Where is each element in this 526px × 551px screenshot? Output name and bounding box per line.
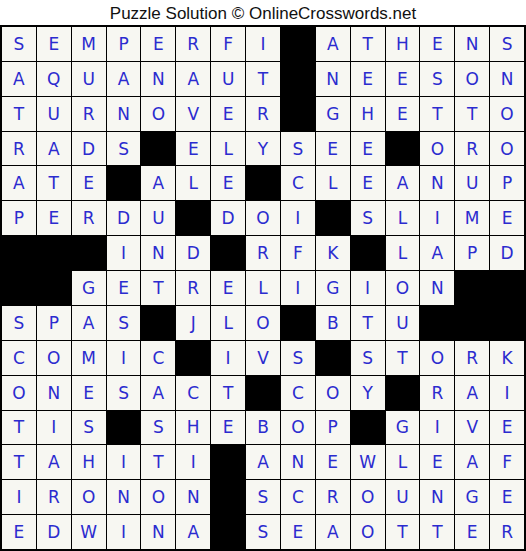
cell-r12c12: G (386, 411, 420, 445)
cell-r6c3: R (72, 201, 106, 235)
cell-r11c8-block (246, 376, 280, 410)
cell-r5c1: A (2, 166, 36, 200)
cell-r15c12: T (386, 515, 420, 549)
cell-r10c12: T (386, 341, 420, 375)
cell-r10c1: C (2, 341, 36, 375)
cell-r4c5-block (141, 132, 175, 166)
cell-r5c8-block (246, 166, 280, 200)
cell-r9c11: T (351, 306, 385, 340)
cell-r2c6: A (176, 62, 210, 96)
cell-r10c15: K (490, 341, 524, 375)
cell-r9c1: S (2, 306, 36, 340)
cell-r9c4: S (107, 306, 141, 340)
cell-r10c10-block (316, 341, 350, 375)
cell-r11c10: O (316, 376, 350, 410)
cell-r9c2: P (37, 306, 71, 340)
cell-r8c14-block (455, 271, 489, 305)
cell-r13c6: I (176, 445, 210, 479)
cell-r1c5: E (141, 27, 175, 61)
cell-r1c2: E (37, 27, 71, 61)
cell-r13c7-block (211, 445, 245, 479)
cell-r11c6: C (176, 376, 210, 410)
cell-r7c8: R (246, 236, 280, 270)
cell-r5c4-block (107, 166, 141, 200)
cell-r7c4: I (107, 236, 141, 270)
cell-r13c15: F (490, 445, 524, 479)
cell-r4c3: D (72, 132, 106, 166)
cell-r4c11: E (351, 132, 385, 166)
cell-r5c13: N (420, 166, 454, 200)
cell-r11c7: T (211, 376, 245, 410)
cell-r11c1: O (2, 376, 36, 410)
cell-r7c9: F (281, 236, 315, 270)
cell-r11c2: N (37, 376, 71, 410)
cell-r8c7: E (211, 271, 245, 305)
cell-r1c12: H (386, 27, 420, 61)
cell-r12c3: S (72, 411, 106, 445)
cell-r1c3: M (72, 27, 106, 61)
cell-r15c7-block (211, 515, 245, 549)
cell-r7c1-block (2, 236, 36, 270)
cell-r1c4: P (107, 27, 141, 61)
cell-r7c15: D (490, 236, 524, 270)
cell-r2c5: N (141, 62, 175, 96)
cell-r6c1: P (2, 201, 36, 235)
cell-r3c5: O (141, 97, 175, 131)
cell-r4c4: S (107, 132, 141, 166)
cell-r8c2-block (37, 271, 71, 305)
cell-r15c15: R (490, 515, 524, 549)
cell-r2c15: N (490, 62, 524, 96)
cell-r1c13: E (420, 27, 454, 61)
cell-r9c14-block (455, 306, 489, 340)
cell-r11c15: I (490, 376, 524, 410)
cell-r10c9: S (281, 341, 315, 375)
cell-r10c4: I (107, 341, 141, 375)
crossword-solution-page: Puzzle Solution © OnlineCrosswords.net S… (0, 0, 526, 551)
cell-r14c9: C (281, 480, 315, 514)
cell-r3c2: U (37, 97, 71, 131)
cell-r3c11: H (351, 97, 385, 131)
cell-r2c11: E (351, 62, 385, 96)
cell-r7c14: P (455, 236, 489, 270)
cell-r3c3: R (72, 97, 106, 131)
cell-r8c9: I (281, 271, 315, 305)
cell-r1c11: T (351, 27, 385, 61)
cell-r14c8: S (246, 480, 280, 514)
cell-r1c8: I (246, 27, 280, 61)
cell-r15c3: W (72, 515, 106, 549)
cell-r5c14: U (455, 166, 489, 200)
cell-r6c11: S (351, 201, 385, 235)
cell-r1c7: F (211, 27, 245, 61)
cell-r13c9: N (281, 445, 315, 479)
cell-r3c9-block (281, 97, 315, 131)
cell-r10c5: C (141, 341, 175, 375)
cell-r14c12: U (386, 480, 420, 514)
cell-r9c10: B (316, 306, 350, 340)
cell-r12c1: T (2, 411, 36, 445)
cell-r2c13: S (420, 62, 454, 96)
cell-r9c8: O (246, 306, 280, 340)
cell-r12c10: P (316, 411, 350, 445)
cell-r15c11: O (351, 515, 385, 549)
cell-r10c11: S (351, 341, 385, 375)
cell-r4c13: O (420, 132, 454, 166)
cell-r9c7: L (211, 306, 245, 340)
cell-r2c10: N (316, 62, 350, 96)
cell-r8c4: E (107, 271, 141, 305)
cell-r15c13: T (420, 515, 454, 549)
cell-r10c3: M (72, 341, 106, 375)
cell-r14c13: N (420, 480, 454, 514)
cell-r14c7-block (211, 480, 245, 514)
cell-r2c9-block (281, 62, 315, 96)
cell-r1c10: A (316, 27, 350, 61)
header: Puzzle Solution © OnlineCrosswords.net (0, 0, 526, 25)
cell-r14c3: O (72, 480, 106, 514)
cell-r12c2: I (37, 411, 71, 445)
cell-r12c6: H (176, 411, 210, 445)
cell-r2c12: E (386, 62, 420, 96)
cell-r15c9: E (281, 515, 315, 549)
cell-r14c10: R (316, 480, 350, 514)
cell-r8c11: I (351, 271, 385, 305)
cell-r4c7: L (211, 132, 245, 166)
cell-r7c3-block (72, 236, 106, 270)
cell-r8c6: R (176, 271, 210, 305)
cell-r3c6: V (176, 97, 210, 131)
cell-r5c15: P (490, 166, 524, 200)
cell-r15c10: A (316, 515, 350, 549)
cell-r11c4: S (107, 376, 141, 410)
cell-r8c3: G (72, 271, 106, 305)
cell-r1c6: R (176, 27, 210, 61)
cell-r7c11-block (351, 236, 385, 270)
cell-r5c11: E (351, 166, 385, 200)
cell-r5c2: T (37, 166, 71, 200)
cell-r6c13: I (420, 201, 454, 235)
cell-r6c6-block (176, 201, 210, 235)
cell-r2c14: O (455, 62, 489, 96)
cell-r9c9-block (281, 306, 315, 340)
cell-r11c14: A (455, 376, 489, 410)
cell-r6c12: L (386, 201, 420, 235)
cell-r7c2-block (37, 236, 71, 270)
cell-r3c15: O (490, 97, 524, 131)
cell-r10c2: O (37, 341, 71, 375)
cell-r13c5: T (141, 445, 175, 479)
cell-r4c12-block (386, 132, 420, 166)
cell-r15c6: A (176, 515, 210, 549)
cell-r6c8: O (246, 201, 280, 235)
cell-r4c14: R (455, 132, 489, 166)
cell-r6c10-block (316, 201, 350, 235)
cell-r14c15: E (490, 480, 524, 514)
cell-r5c5: A (141, 166, 175, 200)
cell-r13c11: W (351, 445, 385, 479)
cell-r2c7: U (211, 62, 245, 96)
cell-r3c8: R (246, 97, 280, 131)
cell-r11c12-block (386, 376, 420, 410)
cell-r14c1: I (2, 480, 36, 514)
cell-r6c14: M (455, 201, 489, 235)
cell-r8c8: L (246, 271, 280, 305)
cell-r15c5: N (141, 515, 175, 549)
cell-r10c14: R (455, 341, 489, 375)
page-title: Puzzle Solution © OnlineCrosswords.net (110, 4, 416, 24)
cell-r6c4: D (107, 201, 141, 235)
cell-r8c12: O (386, 271, 420, 305)
cell-r4c6: E (176, 132, 210, 166)
cell-r13c13: E (420, 445, 454, 479)
cell-r13c8: A (246, 445, 280, 479)
cell-r9c5-block (141, 306, 175, 340)
cell-r1c9-block (281, 27, 315, 61)
cell-r8c1-block (2, 271, 36, 305)
cell-r11c3: E (72, 376, 106, 410)
cell-r14c4: N (107, 480, 141, 514)
cell-r4c2: A (37, 132, 71, 166)
cell-r9c13-block (420, 306, 454, 340)
cell-r7c10: K (316, 236, 350, 270)
crossword-grid: SEMPERFIATHENSAQUANAUTNEESONTURNOVERGHET… (0, 25, 526, 551)
cell-r12c9: O (281, 411, 315, 445)
cell-r6c5: U (141, 201, 175, 235)
cell-r14c11: O (351, 480, 385, 514)
cell-r7c5: N (141, 236, 175, 270)
cell-r15c14: E (455, 515, 489, 549)
cell-r1c14: N (455, 27, 489, 61)
cell-r4c1: R (2, 132, 36, 166)
cell-r10c7: I (211, 341, 245, 375)
cell-r12c4-block (107, 411, 141, 445)
cell-r8c13: N (420, 271, 454, 305)
cell-r12c8: B (246, 411, 280, 445)
cell-r2c4: A (107, 62, 141, 96)
cell-r12c11-block (351, 411, 385, 445)
cell-r11c9: C (281, 376, 315, 410)
cell-r11c13: R (420, 376, 454, 410)
cell-r2c8: T (246, 62, 280, 96)
cell-r3c7: E (211, 97, 245, 131)
cell-r13c14: A (455, 445, 489, 479)
cell-r3c14: T (455, 97, 489, 131)
cell-r7c13: A (420, 236, 454, 270)
cell-r15c2: D (37, 515, 71, 549)
cell-r8c10: G (316, 271, 350, 305)
cell-r2c1: A (2, 62, 36, 96)
cell-r9c12: U (386, 306, 420, 340)
cell-r14c2: R (37, 480, 71, 514)
cell-r12c7: E (211, 411, 245, 445)
cell-r6c7: D (211, 201, 245, 235)
cell-r6c15: E (490, 201, 524, 235)
cell-r7c6: D (176, 236, 210, 270)
cell-r12c5: S (141, 411, 175, 445)
cell-r7c7-block (211, 236, 245, 270)
cell-r3c4: N (107, 97, 141, 131)
cell-r13c3: H (72, 445, 106, 479)
cell-r14c14: G (455, 480, 489, 514)
cell-r5c6: L (176, 166, 210, 200)
cell-r3c1: T (2, 97, 36, 131)
cell-r12c14: V (455, 411, 489, 445)
cell-r4c10: E (316, 132, 350, 166)
cell-r9c6: J (176, 306, 210, 340)
cell-r5c3: E (72, 166, 106, 200)
cell-r10c13: O (420, 341, 454, 375)
cell-r11c11: Y (351, 376, 385, 410)
cell-r2c2: Q (37, 62, 71, 96)
cell-r5c9: C (281, 166, 315, 200)
cell-r8c15-block (490, 271, 524, 305)
cell-r7c12: L (386, 236, 420, 270)
cell-r11c5: A (141, 376, 175, 410)
cell-r6c9: I (281, 201, 315, 235)
cell-r8c5: T (141, 271, 175, 305)
cell-r4c15: O (490, 132, 524, 166)
cell-r1c15: S (490, 27, 524, 61)
cell-r4c9: S (281, 132, 315, 166)
cell-r13c12: L (386, 445, 420, 479)
cell-r9c3: A (72, 306, 106, 340)
cell-r13c4: I (107, 445, 141, 479)
cell-r5c7: E (211, 166, 245, 200)
cell-r15c1: E (2, 515, 36, 549)
cell-r5c12: A (386, 166, 420, 200)
cell-r4c8: Y (246, 132, 280, 166)
cell-r5c10: L (316, 166, 350, 200)
cell-r14c6: N (176, 480, 210, 514)
cell-r12c13: I (420, 411, 454, 445)
cell-r14c5: O (141, 480, 175, 514)
cell-r13c2: A (37, 445, 71, 479)
cell-r3c12: E (386, 97, 420, 131)
cell-r10c8: V (246, 341, 280, 375)
cell-r13c10: E (316, 445, 350, 479)
cell-r13c1: T (2, 445, 36, 479)
cell-r3c10: G (316, 97, 350, 131)
cell-r15c4: I (107, 515, 141, 549)
cell-r9c15-block (490, 306, 524, 340)
cell-r10c6-block (176, 341, 210, 375)
cell-r12c15: E (490, 411, 524, 445)
cell-r6c2: E (37, 201, 71, 235)
cell-r3c13: T (420, 97, 454, 131)
cell-r2c3: U (72, 62, 106, 96)
cell-r1c1: S (2, 27, 36, 61)
cell-r15c8: S (246, 515, 280, 549)
